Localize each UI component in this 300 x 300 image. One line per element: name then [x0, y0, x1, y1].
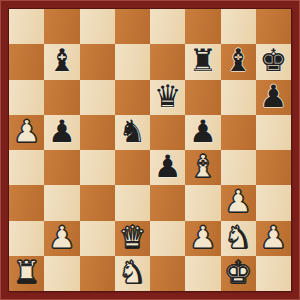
square-b6[interactable]: [44, 80, 79, 115]
square-g4[interactable]: [221, 150, 256, 185]
piece-black-rook-f7[interactable]: ♜: [189, 45, 217, 76]
square-c3[interactable]: [80, 185, 115, 220]
piece-white-rook-a1[interactable]: ♜: [13, 257, 41, 288]
piece-black-knight-d5[interactable]: ♞: [118, 116, 146, 147]
square-a3[interactable]: [9, 185, 44, 220]
square-d8[interactable]: [115, 9, 150, 44]
square-e7[interactable]: [150, 44, 185, 79]
square-c4[interactable]: [80, 150, 115, 185]
chess-board-frame: ♝♜♝♚♛♟♟♟♞♟♟♝♟♟♛♟♞♟♜♞♚: [0, 0, 300, 300]
square-h7[interactable]: ♚: [256, 44, 291, 79]
piece-white-pawn-a5[interactable]: ♟: [13, 116, 41, 147]
piece-black-bishop-g7[interactable]: ♝: [224, 45, 252, 76]
square-b1[interactable]: [44, 256, 79, 291]
square-f7[interactable]: ♜: [185, 44, 220, 79]
square-b4[interactable]: [44, 150, 79, 185]
square-a7[interactable]: [9, 44, 44, 79]
square-c2[interactable]: [80, 221, 115, 256]
square-f8[interactable]: [185, 9, 220, 44]
square-h1[interactable]: [256, 256, 291, 291]
piece-black-king-h7[interactable]: ♚: [259, 45, 287, 76]
square-f1[interactable]: [185, 256, 220, 291]
square-c8[interactable]: [80, 9, 115, 44]
square-h8[interactable]: [256, 9, 291, 44]
square-a2[interactable]: [9, 221, 44, 256]
square-f3[interactable]: [185, 185, 220, 220]
square-c6[interactable]: [80, 80, 115, 115]
square-a6[interactable]: [9, 80, 44, 115]
square-d4[interactable]: [115, 150, 150, 185]
piece-black-pawn-e4[interactable]: ♟: [154, 151, 182, 182]
square-e5[interactable]: [150, 115, 185, 150]
piece-white-pawn-b2[interactable]: ♟: [48, 222, 76, 253]
square-h3[interactable]: [256, 185, 291, 220]
square-c5[interactable]: [80, 115, 115, 150]
piece-white-king-g1[interactable]: ♚: [224, 257, 252, 288]
square-g3[interactable]: ♟: [221, 185, 256, 220]
piece-white-knight-g2[interactable]: ♞: [224, 222, 252, 253]
square-b8[interactable]: [44, 9, 79, 44]
piece-white-pawn-g3[interactable]: ♟: [224, 186, 252, 217]
square-g2[interactable]: ♞: [221, 221, 256, 256]
square-c1[interactable]: [80, 256, 115, 291]
square-e2[interactable]: [150, 221, 185, 256]
piece-white-knight-d1[interactable]: ♞: [118, 257, 146, 288]
piece-black-bishop-b7[interactable]: ♝: [48, 45, 76, 76]
square-d2[interactable]: ♛: [115, 221, 150, 256]
piece-white-pawn-h2[interactable]: ♟: [259, 222, 287, 253]
square-d5[interactable]: ♞: [115, 115, 150, 150]
square-c7[interactable]: [80, 44, 115, 79]
piece-white-queen-d2[interactable]: ♛: [118, 222, 146, 253]
square-b7[interactable]: ♝: [44, 44, 79, 79]
square-b3[interactable]: [44, 185, 79, 220]
square-h4[interactable]: [256, 150, 291, 185]
piece-black-pawn-h6[interactable]: ♟: [259, 81, 287, 112]
square-g7[interactable]: ♝: [221, 44, 256, 79]
square-h6[interactable]: ♟: [256, 80, 291, 115]
square-b2[interactable]: ♟: [44, 221, 79, 256]
square-f5[interactable]: ♟: [185, 115, 220, 150]
piece-white-bishop-f4[interactable]: ♝: [189, 151, 217, 182]
square-e4[interactable]: ♟: [150, 150, 185, 185]
square-e6[interactable]: ♛: [150, 80, 185, 115]
square-h2[interactable]: ♟: [256, 221, 291, 256]
square-a4[interactable]: [9, 150, 44, 185]
square-e3[interactable]: [150, 185, 185, 220]
square-b5[interactable]: ♟: [44, 115, 79, 150]
square-d7[interactable]: [115, 44, 150, 79]
square-d6[interactable]: [115, 80, 150, 115]
square-d1[interactable]: ♞: [115, 256, 150, 291]
square-f4[interactable]: ♝: [185, 150, 220, 185]
square-h5[interactable]: [256, 115, 291, 150]
square-g8[interactable]: [221, 9, 256, 44]
piece-white-pawn-f2[interactable]: ♟: [189, 222, 217, 253]
square-g1[interactable]: ♚: [221, 256, 256, 291]
piece-black-pawn-f5[interactable]: ♟: [189, 116, 217, 147]
square-f2[interactable]: ♟: [185, 221, 220, 256]
square-g6[interactable]: [221, 80, 256, 115]
chess-board: ♝♜♝♚♛♟♟♟♞♟♟♝♟♟♛♟♞♟♜♞♚: [9, 9, 291, 291]
square-e8[interactable]: [150, 9, 185, 44]
square-f6[interactable]: [185, 80, 220, 115]
square-a5[interactable]: ♟: [9, 115, 44, 150]
piece-black-queen-e6[interactable]: ♛: [154, 81, 182, 112]
square-e1[interactable]: [150, 256, 185, 291]
square-d3[interactable]: [115, 185, 150, 220]
piece-black-pawn-b5[interactable]: ♟: [48, 116, 76, 147]
square-g5[interactable]: [221, 115, 256, 150]
square-a1[interactable]: ♜: [9, 256, 44, 291]
square-a8[interactable]: [9, 9, 44, 44]
